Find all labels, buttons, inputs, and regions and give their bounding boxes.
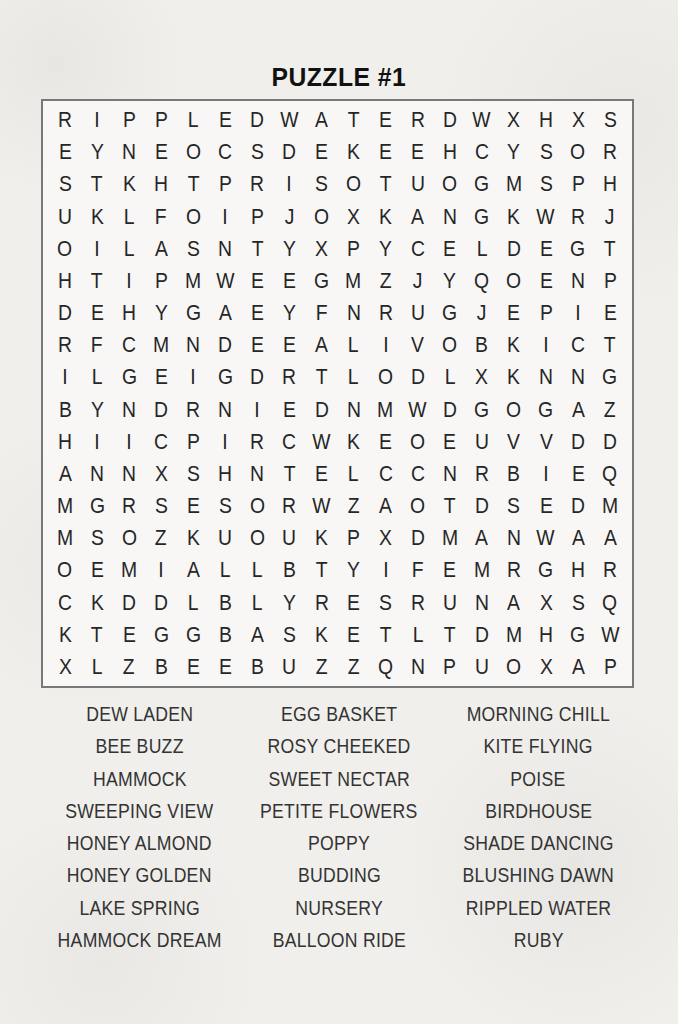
grid-letter: E: [443, 557, 456, 583]
grid-cell: K: [338, 426, 370, 458]
grid-cell: Z: [370, 265, 402, 297]
grid-letter: X: [571, 107, 584, 133]
grid-letter: D: [58, 300, 72, 326]
grid-letter: M: [57, 493, 73, 519]
grid-letter: T: [316, 557, 328, 583]
grid-letter: Z: [348, 493, 360, 519]
grid-cell: M: [466, 554, 498, 586]
grid-letter: C: [475, 139, 489, 165]
grid-letter: V: [507, 429, 520, 455]
grid-letter: T: [91, 622, 103, 648]
grid-letter: T: [316, 364, 328, 390]
grid-cell: I: [530, 458, 562, 490]
grid-cell: K: [81, 201, 113, 233]
grid-cell: N: [177, 329, 209, 361]
grid-cell: R: [402, 587, 434, 619]
grid-cell: E: [273, 394, 305, 426]
grid-cell: O: [498, 265, 530, 297]
grid-letter: I: [543, 461, 548, 487]
word-item-text: PETITE FLOWERS: [260, 795, 417, 827]
grid-letter: K: [507, 332, 520, 358]
grid-cell: O: [49, 233, 81, 265]
grid-cell: E: [209, 651, 241, 683]
grid-letter: X: [155, 461, 168, 487]
grid-cell: G: [594, 361, 626, 393]
grid-letter: R: [411, 590, 425, 616]
word-item-text: BLUSHING DAWN: [463, 859, 615, 891]
grid-cell: D: [145, 587, 177, 619]
grid-cell: A: [562, 394, 594, 426]
puzzle-page: PUZZLE #1 RIPPLEDWATERDWXHXSEYNEOCSDEKEE…: [0, 0, 678, 1024]
grid-letter: E: [155, 139, 168, 165]
word-item: PETITE FLOWERS: [239, 795, 438, 827]
grid-cell: K: [498, 329, 530, 361]
grid-letter: P: [123, 107, 136, 133]
grid-letter: T: [91, 171, 103, 197]
word-item-text: KITE FLYING: [484, 730, 593, 762]
grid-letter: L: [476, 236, 487, 262]
grid-cell: I: [145, 554, 177, 586]
grid-letter: S: [571, 590, 584, 616]
grid-letter: E: [315, 461, 328, 487]
grid-cell: K: [177, 522, 209, 554]
grid-letter: S: [187, 461, 200, 487]
grid-letter: K: [379, 204, 392, 230]
grid-letter: Y: [379, 236, 392, 262]
grid-cell: I: [370, 554, 402, 586]
grid-cell: A: [305, 104, 337, 136]
word-item-text: EGG BASKET: [281, 698, 397, 730]
grid-letter: A: [475, 525, 488, 551]
grid-letter: D: [411, 525, 425, 551]
grid-cell: D: [434, 394, 466, 426]
grid-cell: P: [338, 233, 370, 265]
grid-letter: H: [58, 268, 72, 294]
grid-cell: V: [498, 426, 530, 458]
grid-letter: F: [412, 557, 424, 583]
grid-letter: Z: [123, 654, 135, 680]
grid-letter: O: [250, 525, 265, 551]
grid-letter: E: [219, 654, 232, 680]
word-item: DEW LADEN: [40, 698, 239, 730]
grid-letter: K: [91, 204, 104, 230]
grid-cell: P: [209, 168, 241, 200]
grid-letter: G: [154, 622, 169, 648]
grid-letter: E: [283, 268, 296, 294]
grid-letter: D: [571, 429, 585, 455]
grid-letter: P: [571, 171, 584, 197]
grid-cell: S: [177, 233, 209, 265]
grid-letter: I: [94, 429, 99, 455]
grid-cell: G: [177, 297, 209, 329]
grid-cell: N: [338, 297, 370, 329]
grid-cell: E: [498, 297, 530, 329]
grid-cell: M: [145, 329, 177, 361]
grid-letter: C: [411, 461, 425, 487]
grid-cell: P: [145, 265, 177, 297]
grid-cell: K: [498, 361, 530, 393]
grid-letter: L: [252, 557, 263, 583]
grid-letter: N: [571, 268, 585, 294]
grid-cell: E: [402, 136, 434, 168]
grid-cell: T: [305, 361, 337, 393]
word-item: BALLOON RIDE: [239, 924, 438, 956]
grid-letter: A: [59, 461, 72, 487]
grid-letter: P: [219, 171, 232, 197]
grid-cell: C: [273, 426, 305, 458]
grid-letter: D: [250, 364, 264, 390]
word-item: BUDDING: [239, 859, 438, 891]
grid-cell: R: [498, 554, 530, 586]
grid-cell: Y: [370, 233, 402, 265]
grid-letter: T: [444, 622, 456, 648]
grid-cell: Q: [370, 651, 402, 683]
word-item-text: HONEY ALMOND: [67, 827, 212, 859]
grid-cell: Q: [594, 587, 626, 619]
grid-letter: P: [347, 525, 360, 551]
grid-letter: D: [282, 139, 296, 165]
grid-cell: F: [305, 297, 337, 329]
grid-letter: O: [506, 268, 521, 294]
grid-letter: E: [59, 139, 72, 165]
grid-letter: K: [123, 171, 136, 197]
grid-letter: E: [443, 236, 456, 262]
grid-letter: E: [251, 332, 264, 358]
grid-cell: P: [594, 651, 626, 683]
grid-letter: I: [126, 429, 131, 455]
grid-letter: B: [251, 654, 264, 680]
grid-letter: M: [602, 493, 618, 519]
grid-letter: C: [58, 590, 72, 616]
grid-letter: R: [58, 107, 72, 133]
grid-letter: N: [571, 364, 585, 390]
grid-cell: Y: [338, 554, 370, 586]
grid-letter: I: [223, 429, 228, 455]
grid-cell: E: [273, 329, 305, 361]
grid-cell: J: [594, 201, 626, 233]
grid-cell: R: [370, 297, 402, 329]
grid-cell: Q: [466, 265, 498, 297]
grid-cell: Y: [273, 587, 305, 619]
grid-letter: P: [251, 204, 264, 230]
grid-cell: Z: [594, 394, 626, 426]
grid-letter: E: [379, 107, 392, 133]
grid-cell: H: [434, 136, 466, 168]
grid-cell: E: [241, 265, 273, 297]
grid-cell: O: [434, 168, 466, 200]
grid-cell: H: [530, 104, 562, 136]
word-item-text: BIRDHOUSE: [485, 795, 592, 827]
grid-cell: V: [530, 426, 562, 458]
grid-cell: N: [562, 361, 594, 393]
grid-cell: X: [338, 201, 370, 233]
grid-cell: M: [113, 554, 145, 586]
grid-letter: T: [380, 171, 392, 197]
grid-letter: B: [475, 332, 488, 358]
grid-letter: E: [155, 364, 168, 390]
grid-cell: W: [594, 619, 626, 651]
grid-letter: N: [347, 300, 361, 326]
word-item-text: POISE: [511, 763, 566, 795]
grid-cell: K: [370, 201, 402, 233]
grid-cell: U: [209, 522, 241, 554]
grid-letter: R: [379, 300, 393, 326]
grid-cell: E: [145, 136, 177, 168]
grid-cell: T: [594, 233, 626, 265]
grid-letter: I: [62, 364, 67, 390]
grid-letter: D: [218, 332, 232, 358]
grid-cell: I: [81, 426, 113, 458]
grid-cell: O: [338, 168, 370, 200]
grid-cell: N: [402, 651, 434, 683]
grid-cell: L: [338, 361, 370, 393]
grid-cell: S: [498, 490, 530, 522]
grid-cell: Y: [81, 394, 113, 426]
grid-cell: B: [466, 329, 498, 361]
grid-letter: S: [539, 171, 552, 197]
grid-cell: E: [49, 136, 81, 168]
grid-cell: D: [594, 426, 626, 458]
grid-letter: D: [603, 429, 617, 455]
grid-letter: G: [570, 236, 585, 262]
grid-letter: E: [347, 622, 360, 648]
word-item-text: POPPY: [308, 827, 370, 859]
grid-cell: T: [273, 458, 305, 490]
grid-cell: G: [177, 619, 209, 651]
word-item: POISE: [439, 763, 638, 795]
grid-letter: F: [91, 332, 103, 358]
grid-letter: M: [121, 557, 137, 583]
grid-letter: H: [443, 139, 457, 165]
grid-letter: A: [571, 397, 584, 423]
grid-cell: S: [562, 587, 594, 619]
grid-cell: N: [113, 458, 145, 490]
grid-cell: E: [305, 136, 337, 168]
grid-cell: J: [273, 201, 305, 233]
grid-cell: C: [402, 233, 434, 265]
grid-letter: U: [475, 429, 489, 455]
grid-cell: L: [209, 554, 241, 586]
grid-letter: B: [155, 654, 168, 680]
grid-letter: H: [539, 622, 553, 648]
grid-cell: A: [241, 619, 273, 651]
grid-cell: E: [434, 426, 466, 458]
word-item: KITE FLYING: [439, 730, 638, 762]
grid-letter: A: [507, 590, 520, 616]
grid-letter: G: [122, 364, 137, 390]
grid-cell: C: [209, 136, 241, 168]
grid-cell: G: [209, 361, 241, 393]
grid-letter: K: [347, 139, 360, 165]
grid-cell: D: [209, 329, 241, 361]
grid-letter: I: [223, 204, 228, 230]
grid-cell: B: [273, 554, 305, 586]
grid-letter: O: [122, 525, 137, 551]
grid-letter: S: [507, 493, 520, 519]
grid-letter: C: [122, 332, 136, 358]
word-item-text: HONEY GOLDEN: [67, 859, 212, 891]
grid-letter: W: [312, 429, 330, 455]
grid-letter: U: [475, 654, 489, 680]
grid-cell: P: [434, 651, 466, 683]
grid-letter: D: [154, 590, 168, 616]
grid-letter: Q: [602, 590, 617, 616]
grid-cell: L: [177, 104, 209, 136]
grid-cell: S: [530, 136, 562, 168]
grid-letter: R: [314, 590, 328, 616]
grid-cell: T: [338, 104, 370, 136]
grid-letter: W: [473, 107, 491, 133]
grid-cell: T: [81, 619, 113, 651]
grid-cell: S: [241, 136, 273, 168]
grid-cell: N: [434, 201, 466, 233]
grid-cell: B: [241, 651, 273, 683]
grid-cell: G: [434, 297, 466, 329]
grid-letter: E: [315, 139, 328, 165]
grid-letter: R: [475, 461, 489, 487]
grid-letter: Z: [604, 397, 616, 423]
grid-letter: G: [602, 364, 617, 390]
grid-letter: X: [315, 236, 328, 262]
grid-cell: F: [81, 329, 113, 361]
grid-letter: A: [315, 332, 328, 358]
grid-letter: A: [187, 557, 200, 583]
grid-letter: X: [379, 525, 392, 551]
word-list: DEW LADENBEE BUZZHAMMOCKSWEEPING VIEWHON…: [0, 698, 678, 956]
grid-letter: I: [543, 332, 548, 358]
grid-cell: C: [466, 136, 498, 168]
grid-letter: Y: [283, 300, 296, 326]
grid-letter: W: [280, 107, 298, 133]
grid-cell: J: [466, 297, 498, 329]
grid-cell: D: [466, 619, 498, 651]
grid-cell: N: [209, 394, 241, 426]
grid-cell: T: [434, 490, 466, 522]
grid-letter: B: [507, 461, 520, 487]
grid-letter: W: [312, 493, 330, 519]
grid-letter: K: [507, 364, 520, 390]
grid-cell: G: [562, 233, 594, 265]
grid-letter: D: [475, 622, 489, 648]
grid-cell: G: [145, 619, 177, 651]
grid-cell: D: [562, 426, 594, 458]
grid-cell: L: [113, 233, 145, 265]
grid-cell: E: [434, 233, 466, 265]
grid-cell: W: [305, 426, 337, 458]
grid-letter: O: [506, 654, 521, 680]
grid-letter: X: [539, 590, 552, 616]
grid-cell: W: [402, 394, 434, 426]
grid-letter: O: [57, 236, 72, 262]
grid-letter: L: [348, 364, 359, 390]
grid-letter: P: [604, 654, 617, 680]
grid-letter: S: [283, 622, 296, 648]
grid-letter: I: [575, 300, 580, 326]
grid-letter: C: [218, 139, 232, 165]
grid-cell: E: [530, 233, 562, 265]
grid-cell: J: [402, 265, 434, 297]
grid-cell: P: [241, 201, 273, 233]
grid-cell: N: [209, 233, 241, 265]
grid-letter: A: [379, 493, 392, 519]
grid-letter: I: [126, 268, 131, 294]
grid-cell: U: [402, 168, 434, 200]
grid-cell: O: [177, 201, 209, 233]
grid-letter: H: [603, 171, 617, 197]
grid-letter: L: [252, 590, 263, 616]
grid-cell: N: [338, 394, 370, 426]
grid-cell: E: [370, 136, 402, 168]
grid-cell: I: [370, 329, 402, 361]
grid-letter: X: [539, 654, 552, 680]
grid-cell: W: [273, 104, 305, 136]
grid-letter: S: [187, 236, 200, 262]
grid-cell: W: [305, 490, 337, 522]
grid-cell: E: [113, 619, 145, 651]
grid-cell: M: [594, 490, 626, 522]
grid-cell: A: [145, 233, 177, 265]
grid-letter: E: [379, 429, 392, 455]
grid-cell: E: [209, 104, 241, 136]
grid-letter: Z: [348, 654, 360, 680]
grid-cell: S: [81, 522, 113, 554]
grid-cell: M: [338, 265, 370, 297]
grid-letter: T: [251, 236, 263, 262]
grid-letter: Y: [443, 268, 456, 294]
grid-cell: D: [241, 104, 273, 136]
grid-letter: L: [444, 364, 455, 390]
grid-cell: Z: [338, 490, 370, 522]
grid-letter: W: [408, 397, 426, 423]
grid-letter: U: [58, 204, 72, 230]
grid-cell: G: [305, 265, 337, 297]
grid-letter: X: [59, 654, 72, 680]
grid-letter: G: [474, 171, 489, 197]
grid-letter: E: [91, 557, 104, 583]
grid-cell: K: [305, 619, 337, 651]
word-item-text: LAKE SPRING: [79, 892, 199, 924]
grid-letter: Y: [347, 557, 360, 583]
grid-cell: M: [49, 522, 81, 554]
grid-cell: O: [498, 394, 530, 426]
word-item-text: BUDDING: [297, 859, 380, 891]
grid-letter: X: [347, 204, 360, 230]
grid-cell: N: [81, 458, 113, 490]
grid-letter: N: [347, 397, 361, 423]
grid-cell: I: [530, 329, 562, 361]
grid-cell: F: [145, 201, 177, 233]
grid-cell: D: [113, 587, 145, 619]
word-item: LAKE SPRING: [40, 892, 239, 924]
grid-cell: T: [594, 329, 626, 361]
grid-cell: N: [498, 522, 530, 554]
grid-letter: F: [155, 204, 167, 230]
grid-cell: R: [273, 490, 305, 522]
grid-letter: U: [218, 525, 232, 551]
grid-letter: H: [58, 429, 72, 455]
word-item-text: HAMMOCK DREAM: [58, 924, 222, 956]
grid-cell: P: [145, 104, 177, 136]
grid-letter: N: [539, 364, 553, 390]
grid-cell: N: [434, 458, 466, 490]
grid-letter: V: [411, 332, 424, 358]
grid-cell: O: [241, 522, 273, 554]
grid-letter: Y: [283, 590, 296, 616]
grid-letter: J: [285, 204, 295, 230]
grid-cell: X: [370, 522, 402, 554]
word-item-text: MORNING CHILL: [467, 698, 610, 730]
grid-letter: B: [59, 397, 72, 423]
